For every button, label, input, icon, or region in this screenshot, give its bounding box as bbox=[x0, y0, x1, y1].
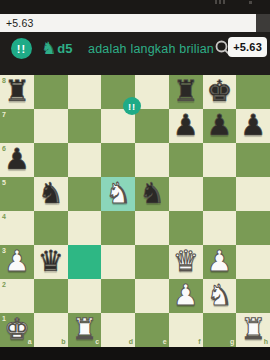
piece-white-rook[interactable]: ♜ bbox=[236, 313, 270, 347]
move-square-label: d5 bbox=[57, 41, 72, 56]
piece-white-queen[interactable]: ♛ bbox=[169, 245, 203, 279]
square-h4[interactable] bbox=[236, 211, 270, 245]
piece-white-pawn[interactable]: ♟ bbox=[169, 279, 203, 313]
square-c2[interactable] bbox=[68, 279, 102, 313]
piece-black-pawn[interactable]: ♟ bbox=[203, 109, 237, 143]
square-a5[interactable]: 5 bbox=[0, 177, 34, 211]
square-g5[interactable] bbox=[203, 177, 237, 211]
piece-black-king[interactable]: ♚ bbox=[203, 75, 237, 109]
square-c7[interactable] bbox=[68, 109, 102, 143]
square-d5[interactable]: ♞ bbox=[101, 177, 135, 211]
square-f2[interactable]: ♟ bbox=[169, 279, 203, 313]
square-b7[interactable] bbox=[34, 109, 68, 143]
mini-dot-icon bbox=[249, 1, 252, 4]
brilliant-move-badge-icon: !! bbox=[123, 97, 141, 115]
square-g2[interactable]: ♞ bbox=[203, 279, 237, 313]
analysis-comment: adalah langkah brilian bbox=[88, 38, 214, 59]
brilliant-move-icon: !! bbox=[11, 38, 32, 59]
rank-label-7: 7 bbox=[2, 111, 6, 118]
square-e4[interactable] bbox=[135, 211, 169, 245]
piece-white-knight[interactable]: ♞ bbox=[101, 177, 135, 211]
square-e6[interactable] bbox=[135, 143, 169, 177]
chess-board: 8♜♜♚7♟♟♟6♟5♞♞♞43♟♛♛♟2♟♞1a♚bc♜defgh♜ bbox=[0, 75, 270, 347]
square-a3[interactable]: 3♟ bbox=[0, 245, 34, 279]
file-label-g: g bbox=[230, 338, 234, 345]
square-b3[interactable]: ♛ bbox=[34, 245, 68, 279]
status-strip bbox=[0, 0, 270, 14]
square-e3[interactable] bbox=[135, 245, 169, 279]
square-a8[interactable]: 8♜ bbox=[0, 75, 34, 109]
square-g4[interactable] bbox=[203, 211, 237, 245]
square-f3[interactable]: ♛ bbox=[169, 245, 203, 279]
square-h1[interactable]: h♜ bbox=[236, 313, 270, 347]
square-c5[interactable] bbox=[68, 177, 102, 211]
piece-white-pawn[interactable]: ♟ bbox=[0, 245, 34, 279]
square-c8[interactable] bbox=[68, 75, 102, 109]
analysis-bar: !! ♞ d5 adalah langkah brilian +5.63 bbox=[0, 32, 270, 75]
square-h5[interactable] bbox=[236, 177, 270, 211]
evaluation-value: +5.63 bbox=[0, 17, 34, 29]
app-root: +5.63 !! ♞ d5 adalah langkah brilian +5.… bbox=[0, 0, 270, 360]
file-label-b: b bbox=[61, 338, 65, 345]
square-b8[interactable] bbox=[34, 75, 68, 109]
piece-black-pawn[interactable]: ♟ bbox=[0, 143, 34, 177]
square-f4[interactable] bbox=[169, 211, 203, 245]
mini-rook-icon bbox=[215, 0, 227, 4]
piece-black-knight[interactable]: ♞ bbox=[135, 177, 169, 211]
piece-black-rook[interactable]: ♜ bbox=[169, 75, 203, 109]
square-e5[interactable]: ♞ bbox=[135, 177, 169, 211]
square-f7[interactable]: ♟ bbox=[169, 109, 203, 143]
square-c4[interactable] bbox=[68, 211, 102, 245]
square-a2[interactable]: 2 bbox=[0, 279, 34, 313]
square-b1[interactable]: b bbox=[34, 313, 68, 347]
square-d1[interactable]: d bbox=[101, 313, 135, 347]
square-c1[interactable]: c♜ bbox=[68, 313, 102, 347]
square-g3[interactable]: ♟ bbox=[203, 245, 237, 279]
square-f1[interactable]: f bbox=[169, 313, 203, 347]
square-h3[interactable] bbox=[236, 245, 270, 279]
rank-label-5: 5 bbox=[2, 179, 6, 186]
square-h2[interactable] bbox=[236, 279, 270, 313]
square-g8[interactable]: ♚ bbox=[203, 75, 237, 109]
bottom-bar bbox=[0, 347, 270, 360]
square-h8[interactable] bbox=[236, 75, 270, 109]
square-c6[interactable] bbox=[68, 143, 102, 177]
knight-icon: ♞ bbox=[41, 38, 56, 59]
square-a1[interactable]: 1a♚ bbox=[0, 313, 34, 347]
square-e1[interactable]: e bbox=[135, 313, 169, 347]
square-b6[interactable] bbox=[34, 143, 68, 177]
square-f8[interactable]: ♜ bbox=[169, 75, 203, 109]
rank-label-4: 4 bbox=[2, 213, 6, 220]
square-c3[interactable] bbox=[68, 245, 102, 279]
square-b4[interactable] bbox=[34, 211, 68, 245]
square-d4[interactable] bbox=[101, 211, 135, 245]
evaluation-bar-white-section: +5.63 bbox=[0, 14, 256, 32]
piece-white-rook[interactable]: ♜ bbox=[68, 313, 102, 347]
rank-label-2: 2 bbox=[2, 281, 6, 288]
square-g7[interactable]: ♟ bbox=[203, 109, 237, 143]
square-d2[interactable] bbox=[101, 279, 135, 313]
move-notation: ♞ d5 bbox=[41, 38, 72, 59]
square-b5[interactable]: ♞ bbox=[34, 177, 68, 211]
square-d3[interactable] bbox=[101, 245, 135, 279]
square-h7[interactable]: ♟ bbox=[236, 109, 270, 143]
piece-white-knight[interactable]: ♞ bbox=[203, 279, 237, 313]
piece-black-pawn[interactable]: ♟ bbox=[169, 109, 203, 143]
square-b2[interactable] bbox=[34, 279, 68, 313]
square-g6[interactable] bbox=[203, 143, 237, 177]
square-a6[interactable]: 6♟ bbox=[0, 143, 34, 177]
square-d6[interactable] bbox=[101, 143, 135, 177]
piece-white-king[interactable]: ♚ bbox=[0, 313, 34, 347]
piece-black-knight[interactable]: ♞ bbox=[34, 177, 68, 211]
square-a7[interactable]: 7 bbox=[0, 109, 34, 143]
piece-black-queen[interactable]: ♛ bbox=[34, 245, 68, 279]
square-h6[interactable] bbox=[236, 143, 270, 177]
file-label-d: d bbox=[129, 338, 133, 345]
piece-black-rook[interactable]: ♜ bbox=[0, 75, 34, 109]
file-label-e: e bbox=[163, 338, 167, 345]
piece-black-pawn[interactable]: ♟ bbox=[236, 109, 270, 143]
evaluation-badge[interactable]: +5.63 bbox=[228, 37, 267, 57]
square-a4[interactable]: 4 bbox=[0, 211, 34, 245]
square-f6[interactable] bbox=[169, 143, 203, 177]
square-e7[interactable] bbox=[135, 109, 169, 143]
square-g1[interactable]: g bbox=[203, 313, 237, 347]
piece-white-pawn[interactable]: ♟ bbox=[203, 245, 237, 279]
square-f5[interactable] bbox=[169, 177, 203, 211]
file-label-f: f bbox=[198, 338, 200, 345]
square-e2[interactable] bbox=[135, 279, 169, 313]
evaluation-bar: +5.63 bbox=[0, 14, 270, 32]
